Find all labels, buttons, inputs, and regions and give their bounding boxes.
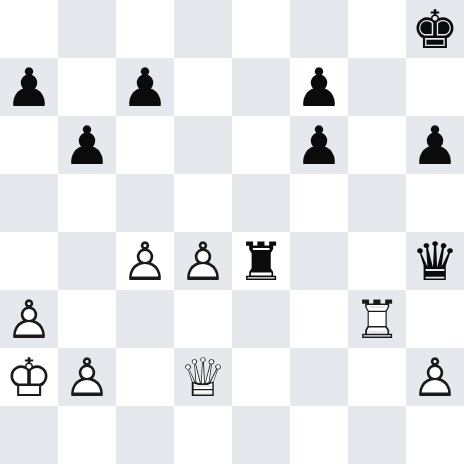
white-rook-piece: ♜♖ xyxy=(348,290,406,348)
black-pawn-glyph: ♟ xyxy=(58,116,116,174)
white-pawn-fill: ♟ xyxy=(174,232,232,290)
square-a7[interactable]: ♟ xyxy=(0,58,58,116)
square-e4[interactable]: ♜ xyxy=(232,232,290,290)
white-king-fill: ♚ xyxy=(0,348,58,406)
black-queen-glyph: ♛ xyxy=(406,232,464,290)
square-h5[interactable] xyxy=(406,174,464,232)
square-a3[interactable]: ♟♙ xyxy=(0,290,58,348)
square-e3[interactable] xyxy=(232,290,290,348)
square-d3[interactable] xyxy=(174,290,232,348)
square-a4[interactable] xyxy=(0,232,58,290)
square-c1[interactable] xyxy=(116,406,174,464)
square-d6[interactable] xyxy=(174,116,232,174)
white-pawn-piece: ♟♙ xyxy=(116,232,174,290)
white-pawn-glyph: ♙ xyxy=(116,232,174,290)
square-h6[interactable]: ♟ xyxy=(406,116,464,174)
square-c4[interactable]: ♟♙ xyxy=(116,232,174,290)
square-g8[interactable] xyxy=(348,0,406,58)
square-c8[interactable] xyxy=(116,0,174,58)
square-a8[interactable] xyxy=(0,0,58,58)
square-d4[interactable]: ♟♙ xyxy=(174,232,232,290)
white-pawn-glyph: ♙ xyxy=(174,232,232,290)
square-c3[interactable] xyxy=(116,290,174,348)
square-b5[interactable] xyxy=(58,174,116,232)
square-h7[interactable] xyxy=(406,58,464,116)
chessboard: ♚♟♟♟♟♟♟♟♙♟♙♜♛♟♙♜♖♚♔♟♙♛♕♟♙ xyxy=(0,0,465,464)
square-f2[interactable] xyxy=(290,348,348,406)
square-e8[interactable] xyxy=(232,0,290,58)
white-rook-fill: ♜ xyxy=(348,290,406,348)
square-a1[interactable] xyxy=(0,406,58,464)
square-d7[interactable] xyxy=(174,58,232,116)
square-h4[interactable]: ♛ xyxy=(406,232,464,290)
white-rook-glyph: ♖ xyxy=(348,290,406,348)
square-h2[interactable]: ♟♙ xyxy=(406,348,464,406)
square-b3[interactable] xyxy=(58,290,116,348)
black-rook-piece: ♜ xyxy=(232,232,290,290)
square-d2[interactable]: ♛♕ xyxy=(174,348,232,406)
square-h8[interactable]: ♚ xyxy=(406,0,464,58)
white-queen-fill: ♛ xyxy=(174,348,232,406)
square-e7[interactable] xyxy=(232,58,290,116)
black-pawn-piece: ♟ xyxy=(58,116,116,174)
square-c6[interactable] xyxy=(116,116,174,174)
white-pawn-fill: ♟ xyxy=(406,348,464,406)
square-c2[interactable] xyxy=(116,348,174,406)
white-pawn-piece: ♟♙ xyxy=(406,348,464,406)
square-h3[interactable] xyxy=(406,290,464,348)
white-king-piece: ♚♔ xyxy=(0,348,58,406)
white-king-glyph: ♔ xyxy=(0,348,58,406)
square-e5[interactable] xyxy=(232,174,290,232)
white-pawn-fill: ♟ xyxy=(116,232,174,290)
black-rook-glyph: ♜ xyxy=(232,232,290,290)
square-h1[interactable] xyxy=(406,406,464,464)
square-g5[interactable] xyxy=(348,174,406,232)
square-g4[interactable] xyxy=(348,232,406,290)
square-e6[interactable] xyxy=(232,116,290,174)
square-f1[interactable] xyxy=(290,406,348,464)
square-a6[interactable] xyxy=(0,116,58,174)
square-a2[interactable]: ♚♔ xyxy=(0,348,58,406)
square-b2[interactable]: ♟♙ xyxy=(58,348,116,406)
square-e2[interactable] xyxy=(232,348,290,406)
white-pawn-glyph: ♙ xyxy=(406,348,464,406)
square-d5[interactable] xyxy=(174,174,232,232)
black-king-glyph: ♚ xyxy=(406,0,464,58)
square-f8[interactable] xyxy=(290,0,348,58)
black-pawn-glyph: ♟ xyxy=(116,58,174,116)
square-b8[interactable] xyxy=(58,0,116,58)
black-pawn-piece: ♟ xyxy=(406,116,464,174)
black-queen-piece: ♛ xyxy=(406,232,464,290)
black-pawn-glyph: ♟ xyxy=(0,58,58,116)
square-f3[interactable] xyxy=(290,290,348,348)
square-g6[interactable] xyxy=(348,116,406,174)
square-c7[interactable]: ♟ xyxy=(116,58,174,116)
square-a5[interactable] xyxy=(0,174,58,232)
white-queen-glyph: ♕ xyxy=(174,348,232,406)
square-g2[interactable] xyxy=(348,348,406,406)
square-c5[interactable] xyxy=(116,174,174,232)
black-pawn-piece: ♟ xyxy=(116,58,174,116)
square-g7[interactable] xyxy=(348,58,406,116)
white-queen-piece: ♛♕ xyxy=(174,348,232,406)
white-pawn-piece: ♟♙ xyxy=(174,232,232,290)
black-king-piece: ♚ xyxy=(406,0,464,58)
square-b1[interactable] xyxy=(58,406,116,464)
board-grid: ♚♟♟♟♟♟♟♟♙♟♙♜♛♟♙♜♖♚♔♟♙♛♕♟♙ xyxy=(0,0,464,464)
square-b7[interactable] xyxy=(58,58,116,116)
white-pawn-fill: ♟ xyxy=(0,290,58,348)
square-b6[interactable]: ♟ xyxy=(58,116,116,174)
white-pawn-glyph: ♙ xyxy=(0,290,58,348)
black-pawn-piece: ♟ xyxy=(290,58,348,116)
square-f6[interactable]: ♟ xyxy=(290,116,348,174)
square-g3[interactable]: ♜♖ xyxy=(348,290,406,348)
black-pawn-glyph: ♟ xyxy=(290,116,348,174)
square-f7[interactable]: ♟ xyxy=(290,58,348,116)
white-pawn-fill: ♟ xyxy=(58,348,116,406)
square-e1[interactable] xyxy=(232,406,290,464)
black-pawn-glyph: ♟ xyxy=(290,58,348,116)
square-f5[interactable] xyxy=(290,174,348,232)
square-d1[interactable] xyxy=(174,406,232,464)
square-b4[interactable] xyxy=(58,232,116,290)
white-pawn-piece: ♟♙ xyxy=(58,348,116,406)
black-pawn-glyph: ♟ xyxy=(406,116,464,174)
square-d8[interactable] xyxy=(174,0,232,58)
white-pawn-glyph: ♙ xyxy=(58,348,116,406)
white-pawn-piece: ♟♙ xyxy=(0,290,58,348)
square-f4[interactable] xyxy=(290,232,348,290)
black-pawn-piece: ♟ xyxy=(0,58,58,116)
square-g1[interactable] xyxy=(348,406,406,464)
black-pawn-piece: ♟ xyxy=(290,116,348,174)
